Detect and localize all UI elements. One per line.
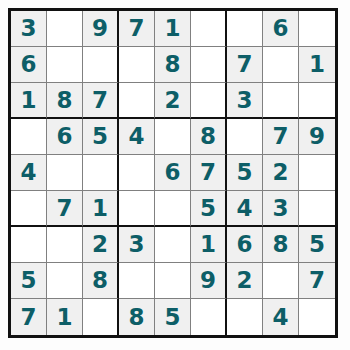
cell-r3c1: 1	[11, 83, 47, 119]
cell-r4c7[interactable]	[227, 119, 263, 155]
cell-r9c1: 7	[11, 299, 47, 335]
cell-r6c8: 3	[263, 191, 299, 227]
cell-r3c2: 8	[47, 83, 83, 119]
cell-r5c3[interactable]	[83, 155, 119, 191]
cell-r1c9[interactable]	[299, 11, 335, 47]
cell-r3c4[interactable]	[119, 83, 155, 119]
cell-r7c4: 3	[119, 227, 155, 263]
cell-r3c9[interactable]	[299, 83, 335, 119]
cell-r6c7: 4	[227, 191, 263, 227]
cell-r6c1[interactable]	[11, 191, 47, 227]
cell-r7c2[interactable]	[47, 227, 83, 263]
cell-r6c2: 7	[47, 191, 83, 227]
cell-r6c3: 1	[83, 191, 119, 227]
cell-r5c5: 6	[155, 155, 191, 191]
cell-r8c8[interactable]	[263, 263, 299, 299]
sudoku-board: 3971668711872365487946752715432316855892…	[8, 8, 338, 338]
cell-r2c4[interactable]	[119, 47, 155, 83]
cell-r7c8: 8	[263, 227, 299, 263]
cell-r8c2[interactable]	[47, 263, 83, 299]
cell-r9c8: 4	[263, 299, 299, 335]
cell-r1c2[interactable]	[47, 11, 83, 47]
cell-r4c3: 5	[83, 119, 119, 155]
cell-r2c6[interactable]	[191, 47, 227, 83]
cell-r4c1[interactable]	[11, 119, 47, 155]
cell-r5c6: 7	[191, 155, 227, 191]
cell-r5c7: 5	[227, 155, 263, 191]
cell-r4c4: 4	[119, 119, 155, 155]
cell-r3c5: 2	[155, 83, 191, 119]
cell-r7c6: 1	[191, 227, 227, 263]
cell-r5c8: 2	[263, 155, 299, 191]
cell-r5c9[interactable]	[299, 155, 335, 191]
cell-r2c5: 8	[155, 47, 191, 83]
cell-r4c6: 8	[191, 119, 227, 155]
cell-r7c7: 6	[227, 227, 263, 263]
cell-r2c3[interactable]	[83, 47, 119, 83]
cell-r8c3: 8	[83, 263, 119, 299]
cell-r7c3: 2	[83, 227, 119, 263]
cell-r1c6[interactable]	[191, 11, 227, 47]
cell-r6c4[interactable]	[119, 191, 155, 227]
cell-r9c5: 5	[155, 299, 191, 335]
cell-r8c5[interactable]	[155, 263, 191, 299]
cell-r1c1: 3	[11, 11, 47, 47]
cell-r8c7: 2	[227, 263, 263, 299]
cell-r9c6[interactable]	[191, 299, 227, 335]
cell-r1c4: 7	[119, 11, 155, 47]
cell-r4c9: 9	[299, 119, 335, 155]
cell-r5c1: 4	[11, 155, 47, 191]
cell-r7c5[interactable]	[155, 227, 191, 263]
cell-r1c3: 9	[83, 11, 119, 47]
cell-r8c9: 7	[299, 263, 335, 299]
cell-r1c7[interactable]	[227, 11, 263, 47]
cell-r4c2: 6	[47, 119, 83, 155]
cell-r8c6: 9	[191, 263, 227, 299]
cell-r5c2[interactable]	[47, 155, 83, 191]
cell-r2c7: 7	[227, 47, 263, 83]
cell-r2c9: 1	[299, 47, 335, 83]
cell-r9c4: 8	[119, 299, 155, 335]
cell-r1c5: 1	[155, 11, 191, 47]
cell-r2c2[interactable]	[47, 47, 83, 83]
cell-r9c7[interactable]	[227, 299, 263, 335]
cell-r3c7: 3	[227, 83, 263, 119]
page: 3971668711872365487946752715432316855892…	[0, 0, 350, 350]
cell-r2c8[interactable]	[263, 47, 299, 83]
cell-r4c8: 7	[263, 119, 299, 155]
cell-r3c3: 7	[83, 83, 119, 119]
cell-r7c9: 5	[299, 227, 335, 263]
cell-r3c6[interactable]	[191, 83, 227, 119]
cell-r9c3[interactable]	[83, 299, 119, 335]
cell-r9c9[interactable]	[299, 299, 335, 335]
cell-r9c2: 1	[47, 299, 83, 335]
cell-r3c8[interactable]	[263, 83, 299, 119]
cell-r8c1: 5	[11, 263, 47, 299]
cell-r6c6: 5	[191, 191, 227, 227]
cell-r4c5[interactable]	[155, 119, 191, 155]
cell-r5c4[interactable]	[119, 155, 155, 191]
cell-r6c9[interactable]	[299, 191, 335, 227]
cell-r2c1: 6	[11, 47, 47, 83]
cell-r8c4[interactable]	[119, 263, 155, 299]
cell-r1c8: 6	[263, 11, 299, 47]
cell-r7c1[interactable]	[11, 227, 47, 263]
cell-r6c5[interactable]	[155, 191, 191, 227]
